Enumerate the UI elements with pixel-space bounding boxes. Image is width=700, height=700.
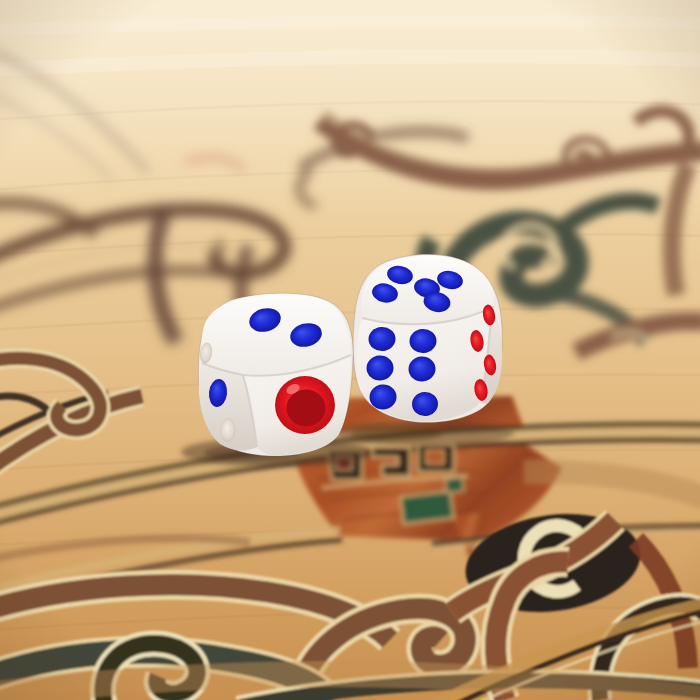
board-photo-svg xyxy=(0,0,700,700)
vignette-overlay xyxy=(0,0,700,700)
photo-scene xyxy=(0,0,700,700)
